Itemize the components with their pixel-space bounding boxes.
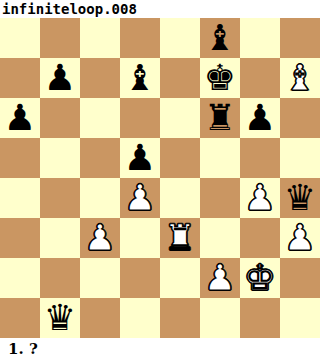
square-e7[interactable] (160, 58, 200, 98)
square-h6[interactable] (280, 98, 320, 138)
piece-black-king: ♚ (204, 58, 236, 98)
square-f8[interactable]: ♝ (200, 18, 240, 58)
square-d7[interactable]: ♝ (120, 58, 160, 98)
square-g7[interactable] (240, 58, 280, 98)
square-a6[interactable]: ♟ (0, 98, 40, 138)
square-c2[interactable] (80, 258, 120, 298)
square-e2[interactable] (160, 258, 200, 298)
window-title: infiniteloop.008 (0, 0, 320, 18)
square-b2[interactable] (40, 258, 80, 298)
piece-black-bishop: ♝ (124, 58, 156, 98)
square-a5[interactable] (0, 138, 40, 178)
piece-black-pawn: ♟ (4, 98, 36, 138)
square-g5[interactable] (240, 138, 280, 178)
square-f7[interactable]: ♚ (200, 58, 240, 98)
square-c3[interactable]: ♟ (80, 218, 120, 258)
square-e5[interactable] (160, 138, 200, 178)
square-h5[interactable] (280, 138, 320, 178)
square-b1[interactable]: ♛ (40, 298, 80, 338)
square-d1[interactable] (120, 298, 160, 338)
square-d2[interactable] (120, 258, 160, 298)
square-b7[interactable]: ♟ (40, 58, 80, 98)
piece-black-pawn: ♟ (244, 98, 276, 138)
square-g4[interactable]: ♟ (240, 178, 280, 218)
square-a4[interactable] (0, 178, 40, 218)
square-f4[interactable] (200, 178, 240, 218)
square-d6[interactable] (120, 98, 160, 138)
square-b4[interactable] (40, 178, 80, 218)
square-b3[interactable] (40, 218, 80, 258)
square-e1[interactable] (160, 298, 200, 338)
square-f6[interactable]: ♜ (200, 98, 240, 138)
piece-black-bishop: ♝ (204, 18, 236, 58)
piece-white-king: ♚ (244, 258, 276, 298)
square-a1[interactable] (0, 298, 40, 338)
xboard-window: infiniteloop.008 ♝♟♝♚♝♟♜♟♟♟♟♛♟♜♟♟♚♛ 1. ? (0, 0, 320, 360)
square-e4[interactable] (160, 178, 200, 218)
square-h1[interactable] (280, 298, 320, 338)
square-d3[interactable] (120, 218, 160, 258)
piece-white-pawn: ♟ (284, 218, 316, 258)
square-a3[interactable] (0, 218, 40, 258)
piece-white-pawn: ♟ (84, 218, 116, 258)
square-e8[interactable] (160, 18, 200, 58)
piece-black-queen: ♛ (44, 298, 76, 338)
square-c1[interactable] (80, 298, 120, 338)
square-f3[interactable] (200, 218, 240, 258)
chess-board: ♝♟♝♚♝♟♜♟♟♟♟♛♟♜♟♟♚♛ (0, 18, 320, 338)
square-g2[interactable]: ♚ (240, 258, 280, 298)
piece-white-bishop: ♝ (284, 58, 316, 98)
square-c8[interactable] (80, 18, 120, 58)
piece-black-queen: ♛ (284, 178, 316, 218)
square-e3[interactable]: ♜ (160, 218, 200, 258)
square-h2[interactable] (280, 258, 320, 298)
square-b5[interactable] (40, 138, 80, 178)
square-d4[interactable]: ♟ (120, 178, 160, 218)
square-a7[interactable] (0, 58, 40, 98)
square-g6[interactable]: ♟ (240, 98, 280, 138)
square-c7[interactable] (80, 58, 120, 98)
square-g1[interactable] (240, 298, 280, 338)
move-prompt: 1. ? (0, 338, 320, 360)
square-c6[interactable] (80, 98, 120, 138)
square-h7[interactable]: ♝ (280, 58, 320, 98)
square-a2[interactable] (0, 258, 40, 298)
piece-black-pawn: ♟ (44, 58, 76, 98)
square-g3[interactable] (240, 218, 280, 258)
square-f2[interactable]: ♟ (200, 258, 240, 298)
square-e6[interactable] (160, 98, 200, 138)
piece-white-pawn: ♟ (124, 178, 156, 218)
square-g8[interactable] (240, 18, 280, 58)
square-f5[interactable] (200, 138, 240, 178)
square-b8[interactable] (40, 18, 80, 58)
square-h8[interactable] (280, 18, 320, 58)
piece-white-pawn: ♟ (204, 258, 236, 298)
square-d8[interactable] (120, 18, 160, 58)
square-a8[interactable] (0, 18, 40, 58)
square-c5[interactable] (80, 138, 120, 178)
piece-white-pawn: ♟ (244, 178, 276, 218)
piece-black-pawn: ♟ (124, 138, 156, 178)
square-d5[interactable]: ♟ (120, 138, 160, 178)
square-h4[interactable]: ♛ (280, 178, 320, 218)
piece-black-rook: ♜ (204, 98, 236, 138)
piece-white-rook: ♜ (164, 218, 196, 258)
square-b6[interactable] (40, 98, 80, 138)
square-c4[interactable] (80, 178, 120, 218)
square-h3[interactable]: ♟ (280, 218, 320, 258)
square-f1[interactable] (200, 298, 240, 338)
